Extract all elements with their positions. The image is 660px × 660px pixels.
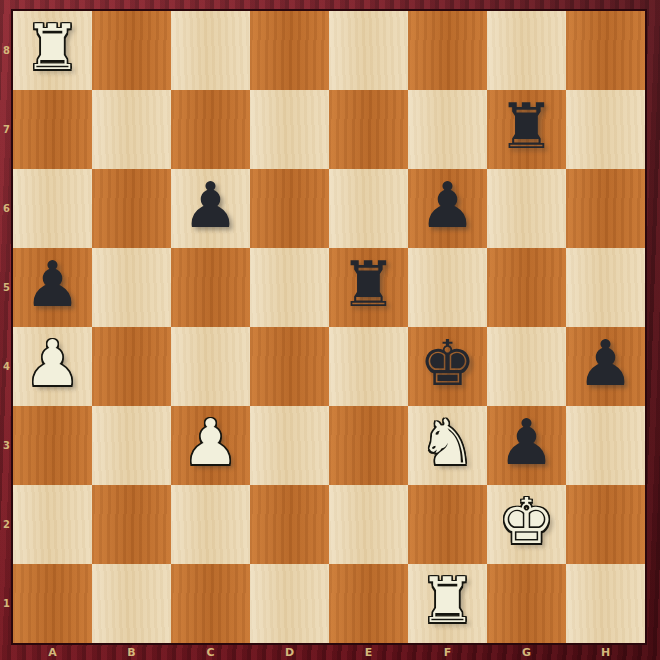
file-label-h: H bbox=[566, 644, 645, 660]
file-label-c: C bbox=[171, 644, 250, 660]
rank-label-6: 6 bbox=[0, 169, 13, 248]
square-d3[interactable] bbox=[250, 406, 329, 485]
square-c4[interactable] bbox=[171, 327, 250, 406]
square-e7[interactable] bbox=[329, 90, 408, 169]
square-h5[interactable] bbox=[566, 248, 645, 327]
square-d4[interactable] bbox=[250, 327, 329, 406]
rank-label-1: 1 bbox=[0, 564, 13, 643]
square-g7[interactable]: ♜ bbox=[487, 90, 566, 169]
square-b6[interactable] bbox=[92, 169, 171, 248]
square-b5[interactable] bbox=[92, 248, 171, 327]
black-rook[interactable]: ♜ bbox=[340, 253, 396, 316]
rank-label-4: 4 bbox=[0, 327, 13, 406]
square-f5[interactable] bbox=[408, 248, 487, 327]
square-d1[interactable] bbox=[250, 564, 329, 643]
square-h1[interactable] bbox=[566, 564, 645, 643]
square-g5[interactable] bbox=[487, 248, 566, 327]
white-knight[interactable]: ♞ bbox=[419, 411, 475, 474]
square-c1[interactable] bbox=[171, 564, 250, 643]
black-pawn[interactable]: ♟ bbox=[498, 411, 554, 474]
square-e5[interactable]: ♜ bbox=[329, 248, 408, 327]
square-g8[interactable] bbox=[487, 11, 566, 90]
square-c8[interactable] bbox=[171, 11, 250, 90]
square-f2[interactable] bbox=[408, 485, 487, 564]
square-g3[interactable]: ♟ bbox=[487, 406, 566, 485]
square-g6[interactable] bbox=[487, 169, 566, 248]
rank-label-7: 7 bbox=[0, 90, 13, 169]
black-pawn[interactable]: ♟ bbox=[182, 174, 238, 237]
square-d6[interactable] bbox=[250, 169, 329, 248]
square-a1[interactable] bbox=[13, 564, 92, 643]
square-g4[interactable] bbox=[487, 327, 566, 406]
chess-board: ♜♜♟♟♟♜♟♚♟♟♞♟♚♜ bbox=[13, 11, 645, 643]
square-g2[interactable]: ♚ bbox=[487, 485, 566, 564]
black-pawn[interactable]: ♟ bbox=[419, 174, 475, 237]
square-h3[interactable] bbox=[566, 406, 645, 485]
square-h2[interactable] bbox=[566, 485, 645, 564]
square-h7[interactable] bbox=[566, 90, 645, 169]
square-e4[interactable] bbox=[329, 327, 408, 406]
white-rook[interactable]: ♜ bbox=[24, 16, 80, 79]
file-label-g: G bbox=[487, 644, 566, 660]
square-f6[interactable]: ♟ bbox=[408, 169, 487, 248]
white-king[interactable]: ♚ bbox=[498, 490, 554, 553]
square-c6[interactable]: ♟ bbox=[171, 169, 250, 248]
square-d5[interactable] bbox=[250, 248, 329, 327]
square-h6[interactable] bbox=[566, 169, 645, 248]
square-a4[interactable]: ♟ bbox=[13, 327, 92, 406]
rank-label-2: 2 bbox=[0, 485, 13, 564]
square-h4[interactable]: ♟ bbox=[566, 327, 645, 406]
rank-label-8: 8 bbox=[0, 11, 13, 90]
file-label-b: B bbox=[92, 644, 171, 660]
square-h8[interactable] bbox=[566, 11, 645, 90]
file-label-f: F bbox=[408, 644, 487, 660]
square-e1[interactable] bbox=[329, 564, 408, 643]
square-f4[interactable]: ♚ bbox=[408, 327, 487, 406]
square-d2[interactable] bbox=[250, 485, 329, 564]
black-pawn[interactable]: ♟ bbox=[24, 253, 80, 316]
square-g1[interactable] bbox=[487, 564, 566, 643]
white-pawn[interactable]: ♟ bbox=[24, 332, 80, 395]
square-f8[interactable] bbox=[408, 11, 487, 90]
file-label-e: E bbox=[329, 644, 408, 660]
square-a6[interactable] bbox=[13, 169, 92, 248]
square-e3[interactable] bbox=[329, 406, 408, 485]
square-b3[interactable] bbox=[92, 406, 171, 485]
square-b8[interactable] bbox=[92, 11, 171, 90]
square-d8[interactable] bbox=[250, 11, 329, 90]
square-f3[interactable]: ♞ bbox=[408, 406, 487, 485]
square-a2[interactable] bbox=[13, 485, 92, 564]
square-e8[interactable] bbox=[329, 11, 408, 90]
square-b4[interactable] bbox=[92, 327, 171, 406]
rank-label-5: 5 bbox=[0, 248, 13, 327]
square-a8[interactable]: ♜ bbox=[13, 11, 92, 90]
square-b1[interactable] bbox=[92, 564, 171, 643]
black-pawn[interactable]: ♟ bbox=[577, 332, 633, 395]
square-b2[interactable] bbox=[92, 485, 171, 564]
square-c7[interactable] bbox=[171, 90, 250, 169]
board-frame: ♜♜♟♟♟♜♟♚♟♟♞♟♚♜ 8A7B6C5D4E3F2G1H bbox=[0, 0, 660, 660]
square-a5[interactable]: ♟ bbox=[13, 248, 92, 327]
black-rook[interactable]: ♜ bbox=[498, 95, 554, 158]
square-f7[interactable] bbox=[408, 90, 487, 169]
rank-label-3: 3 bbox=[0, 406, 13, 485]
file-label-d: D bbox=[250, 644, 329, 660]
file-label-a: A bbox=[13, 644, 92, 660]
square-a3[interactable] bbox=[13, 406, 92, 485]
square-e2[interactable] bbox=[329, 485, 408, 564]
white-rook[interactable]: ♜ bbox=[419, 569, 475, 632]
square-b7[interactable] bbox=[92, 90, 171, 169]
square-f1[interactable]: ♜ bbox=[408, 564, 487, 643]
square-d7[interactable] bbox=[250, 90, 329, 169]
white-pawn[interactable]: ♟ bbox=[182, 411, 238, 474]
square-a7[interactable] bbox=[13, 90, 92, 169]
square-e6[interactable] bbox=[329, 169, 408, 248]
square-c5[interactable] bbox=[171, 248, 250, 327]
black-king[interactable]: ♚ bbox=[419, 332, 475, 395]
square-c3[interactable]: ♟ bbox=[171, 406, 250, 485]
square-c2[interactable] bbox=[171, 485, 250, 564]
